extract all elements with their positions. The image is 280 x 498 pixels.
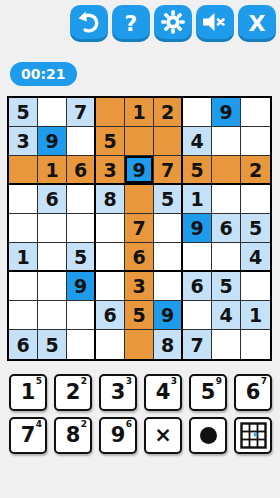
cell-r3c8[interactable] xyxy=(212,156,241,185)
numpad-digit: 7 xyxy=(21,425,36,446)
help-button[interactable]: ? xyxy=(112,5,150,42)
numpad-digit: 6 xyxy=(246,382,261,403)
numpad-key-4[interactable]: 4 3 xyxy=(144,374,182,411)
cell-r2c1[interactable]: 3 xyxy=(9,127,38,156)
cell-r1c5[interactable]: 1 xyxy=(125,98,154,127)
cell-r7c6[interactable] xyxy=(154,272,183,301)
cell-r8c3[interactable] xyxy=(67,301,96,330)
settings-button[interactable] xyxy=(154,5,192,42)
cell-r9c5[interactable] xyxy=(125,330,154,359)
cell-r6c1[interactable]: 1 xyxy=(9,243,38,272)
cell-r4c9[interactable] xyxy=(241,185,270,214)
cell-r9c1[interactable]: 6 xyxy=(9,330,38,359)
numpad-count: 7 xyxy=(261,377,267,386)
cell-r8c1[interactable] xyxy=(9,301,38,330)
numpad-key-7[interactable]: 7 4 xyxy=(9,417,47,454)
cell-r6c4[interactable] xyxy=(96,243,125,272)
cell-r1c6[interactable]: 2 xyxy=(154,98,183,127)
numpad-key-6[interactable]: 6 7 xyxy=(234,374,272,411)
cell-r3c4[interactable]: 3 xyxy=(96,156,125,185)
numpad-key-2[interactable]: 2 2 xyxy=(54,374,92,411)
cell-r1c9[interactable] xyxy=(241,98,270,127)
cell-r4c4[interactable]: 8 xyxy=(96,185,125,214)
cell-r9c9[interactable] xyxy=(241,330,270,359)
cell-r4c6[interactable]: 5 xyxy=(154,185,183,214)
cell-r8c4[interactable]: 6 xyxy=(96,301,125,330)
numpad-digit: 9 xyxy=(111,425,126,446)
numpad-key-9[interactable]: 9 6 xyxy=(99,417,137,454)
numpad-digit: 5 xyxy=(201,382,216,403)
close-button[interactable]: X xyxy=(238,5,276,42)
cell-r3c3[interactable]: 6 xyxy=(67,156,96,185)
cell-r4c8[interactable] xyxy=(212,185,241,214)
cell-r5c3[interactable] xyxy=(67,214,96,243)
cell-r7c5[interactable]: 3 xyxy=(125,272,154,301)
cell-r8c9[interactable]: 1 xyxy=(241,301,270,330)
number-pad: 1 5 2 2 3 3 4 3 5 9 6 7 7 4 8 2 9 6 × xyxy=(9,374,272,454)
mute-button[interactable] xyxy=(196,5,234,42)
cell-r6c3[interactable]: 5 xyxy=(67,243,96,272)
cell-r1c2[interactable] xyxy=(38,98,67,127)
cell-r9c7[interactable]: 7 xyxy=(183,330,212,359)
numpad-count: 6 xyxy=(126,420,132,429)
cell-r8c6[interactable]: 9 xyxy=(154,301,183,330)
cell-r6c2[interactable] xyxy=(38,243,67,272)
cell-r6c5[interactable]: 6 xyxy=(125,243,154,272)
cell-r8c8[interactable]: 4 xyxy=(212,301,241,330)
cell-r5c8[interactable]: 6 xyxy=(212,214,241,243)
cell-r3c7[interactable]: 5 xyxy=(183,156,212,185)
cell-r7c2[interactable] xyxy=(38,272,67,301)
erase-button[interactable]: × xyxy=(144,417,182,454)
cell-r8c5[interactable]: 5 xyxy=(125,301,154,330)
cell-r4c3[interactable] xyxy=(67,185,96,214)
cell-r4c5[interactable] xyxy=(125,185,154,214)
numpad-key-1[interactable]: 1 5 xyxy=(9,374,47,411)
cell-r7c3[interactable]: 9 xyxy=(67,272,96,301)
cell-r9c2[interactable]: 5 xyxy=(38,330,67,359)
cell-r3c6[interactable]: 7 xyxy=(154,156,183,185)
notes-grid-button[interactable] xyxy=(234,417,272,454)
undo-button[interactable] xyxy=(70,5,108,42)
cell-r9c6[interactable]: 8 xyxy=(154,330,183,359)
numpad-key-3[interactable]: 3 3 xyxy=(99,374,137,411)
speaker-muted-icon xyxy=(201,9,229,39)
cell-r4c2[interactable]: 6 xyxy=(38,185,67,214)
numpad-digit: 3 xyxy=(111,382,126,403)
cell-r3c9[interactable]: 2 xyxy=(241,156,270,185)
cell-r9c4[interactable] xyxy=(96,330,125,359)
cell-r7c8[interactable]: 5 xyxy=(212,272,241,301)
cell-r3c2[interactable]: 1 xyxy=(38,156,67,185)
cell-r5c1[interactable] xyxy=(9,214,38,243)
erase-x-icon: × xyxy=(154,425,172,446)
cell-r3c5[interactable]: 9 xyxy=(125,156,154,185)
cell-r2c2[interactable]: 9 xyxy=(38,127,67,156)
sudoku-board: 5712939541639752685179651564936565941658… xyxy=(7,96,272,361)
cell-r9c3[interactable] xyxy=(67,330,96,359)
numpad-key-8[interactable]: 8 2 xyxy=(54,417,92,454)
cell-r2c4[interactable]: 5 xyxy=(96,127,125,156)
dot-icon xyxy=(200,427,217,444)
timer-value: 00:21 xyxy=(21,66,66,82)
numpad-digit: 1 xyxy=(21,382,36,403)
gear-icon xyxy=(160,9,186,39)
cell-r5c2[interactable] xyxy=(38,214,67,243)
cell-r1c8[interactable]: 9 xyxy=(212,98,241,127)
numpad-count: 9 xyxy=(216,377,222,386)
numpad-digit: 2 xyxy=(66,382,81,403)
cell-r5c5[interactable]: 7 xyxy=(125,214,154,243)
numpad-count: 2 xyxy=(81,377,87,386)
cell-r1c4[interactable] xyxy=(96,98,125,127)
cell-r4c1[interactable] xyxy=(9,185,38,214)
undo-arrow-icon xyxy=(76,9,102,39)
cell-r2c8[interactable] xyxy=(212,127,241,156)
numpad-count: 5 xyxy=(36,377,42,386)
cell-r7c9[interactable] xyxy=(241,272,270,301)
cell-r3c1[interactable] xyxy=(9,156,38,185)
numpad-count: 4 xyxy=(36,420,42,429)
question-mark-icon: ? xyxy=(125,13,138,35)
cell-r2c6[interactable] xyxy=(154,127,183,156)
pencil-mark-button[interactable] xyxy=(189,417,227,454)
numpad-key-5[interactable]: 5 9 xyxy=(189,374,227,411)
cell-r6c9[interactable]: 4 xyxy=(241,243,270,272)
cell-r1c3[interactable]: 7 xyxy=(67,98,96,127)
cell-r5c7[interactable]: 9 xyxy=(183,214,212,243)
numpad-digit: 4 xyxy=(156,382,171,403)
cell-r9c8[interactable] xyxy=(212,330,241,359)
cell-r1c7[interactable] xyxy=(183,98,212,127)
cell-r6c6[interactable] xyxy=(154,243,183,272)
cell-r7c1[interactable] xyxy=(9,272,38,301)
cell-r2c7[interactable]: 4 xyxy=(183,127,212,156)
close-icon: X xyxy=(249,13,266,35)
cell-r4c7[interactable]: 1 xyxy=(183,185,212,214)
cell-r7c4[interactable] xyxy=(96,272,125,301)
cell-r6c7[interactable] xyxy=(183,243,212,272)
numpad-digit: 8 xyxy=(66,425,81,446)
cell-r1c1[interactable]: 5 xyxy=(9,98,38,127)
timer-badge: 00:21 xyxy=(10,62,77,86)
cell-r8c2[interactable] xyxy=(38,301,67,330)
cell-r2c9[interactable] xyxy=(241,127,270,156)
cell-r5c6[interactable] xyxy=(154,214,183,243)
numpad-count: 3 xyxy=(126,377,132,386)
cell-r7c7[interactable]: 6 xyxy=(183,272,212,301)
toolbar: ? xyxy=(70,5,276,42)
numpad-count: 2 xyxy=(81,420,87,429)
cell-r5c9[interactable]: 5 xyxy=(241,214,270,243)
cell-r5c4[interactable] xyxy=(96,214,125,243)
cell-r6c8[interactable] xyxy=(212,243,241,272)
numpad-count: 3 xyxy=(171,377,177,386)
notes-grid-icon xyxy=(240,422,267,449)
cell-r2c5[interactable] xyxy=(125,127,154,156)
cell-r8c7[interactable] xyxy=(183,301,212,330)
cell-r2c3[interactable] xyxy=(67,127,96,156)
